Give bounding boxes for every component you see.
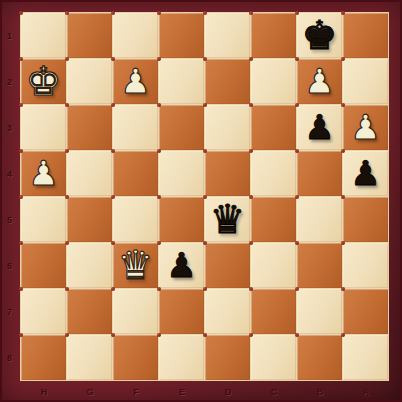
black-king[interactable]: ♚ [302,13,338,58]
white-king[interactable]: ♚ [26,59,62,104]
square-a6[interactable] [343,243,388,288]
square-e6[interactable]: ♟ [159,243,204,288]
square-h5[interactable] [21,197,66,242]
square-c6[interactable] [251,243,296,288]
rank-label-2: 2 [0,59,19,105]
square-h2[interactable]: ♚ [21,59,66,104]
rank-label-8: 8 [0,335,19,381]
square-f7[interactable] [113,289,158,334]
square-a4[interactable]: ♟ [343,151,388,196]
white-pawn[interactable]: ♟ [120,59,150,104]
square-d7[interactable] [205,289,250,334]
square-e5[interactable] [159,197,204,242]
file-label-a: A [343,383,389,401]
square-b1[interactable]: ♚ [297,13,342,58]
square-c3[interactable] [251,105,296,150]
square-h6[interactable] [21,243,66,288]
square-d8[interactable] [205,335,250,380]
rank-label-4: 4 [0,151,19,197]
rank-label-3: 3 [0,105,19,151]
square-h7[interactable] [21,289,66,334]
chess-board-frame: ♚♚♟♟♟♟♟♟♛♛♟ 12345678 HGFEDCBA [0,0,402,402]
white-pawn[interactable]: ♟ [28,151,58,196]
square-c2[interactable] [251,59,296,104]
square-b4[interactable] [297,151,342,196]
square-a3[interactable]: ♟ [343,105,388,150]
square-f3[interactable] [113,105,158,150]
square-f8[interactable] [113,335,158,380]
square-e4[interactable] [159,151,204,196]
square-e1[interactable] [159,13,204,58]
square-g2[interactable] [67,59,112,104]
square-g4[interactable] [67,151,112,196]
square-a5[interactable] [343,197,388,242]
square-d6[interactable] [205,243,250,288]
square-c8[interactable] [251,335,296,380]
chess-board: ♚♚♟♟♟♟♟♟♛♛♟ [20,12,389,381]
square-c1[interactable] [251,13,296,58]
square-b7[interactable] [297,289,342,334]
square-g6[interactable] [67,243,112,288]
square-b3[interactable]: ♟ [297,105,342,150]
file-label-c: C [251,383,297,401]
square-a7[interactable] [343,289,388,334]
square-a2[interactable] [343,59,388,104]
square-g8[interactable] [67,335,112,380]
square-g7[interactable] [67,289,112,334]
square-c5[interactable] [251,197,296,242]
file-label-h: H [21,383,67,401]
square-d4[interactable] [205,151,250,196]
square-e7[interactable] [159,289,204,334]
square-c7[interactable] [251,289,296,334]
square-a8[interactable] [343,335,388,380]
square-b5[interactable] [297,197,342,242]
rank-label-1: 1 [0,13,19,59]
white-pawn[interactable]: ♟ [304,59,334,104]
rank-label-6: 6 [0,243,19,289]
square-b2[interactable]: ♟ [297,59,342,104]
black-pawn[interactable]: ♟ [304,105,334,150]
white-pawn[interactable]: ♟ [350,105,380,150]
black-queen[interactable]: ♛ [210,197,246,242]
square-h1[interactable] [21,13,66,58]
file-label-g: G [67,383,113,401]
file-label-e: E [159,383,205,401]
square-d5[interactable]: ♛ [205,197,250,242]
square-b6[interactable] [297,243,342,288]
square-e2[interactable] [159,59,204,104]
file-label-b: B [297,383,343,401]
square-e3[interactable] [159,105,204,150]
black-pawn[interactable]: ♟ [166,243,196,288]
file-label-d: D [205,383,251,401]
square-h4[interactable]: ♟ [21,151,66,196]
square-f2[interactable]: ♟ [113,59,158,104]
square-f1[interactable] [113,13,158,58]
rank-label-5: 5 [0,197,19,243]
square-g1[interactable] [67,13,112,58]
square-h8[interactable] [21,335,66,380]
white-queen[interactable]: ♛ [118,243,154,288]
square-f5[interactable] [113,197,158,242]
square-a1[interactable] [343,13,388,58]
square-b8[interactable] [297,335,342,380]
square-g5[interactable] [67,197,112,242]
black-pawn[interactable]: ♟ [350,151,380,196]
square-f4[interactable] [113,151,158,196]
square-d3[interactable] [205,105,250,150]
square-f6[interactable]: ♛ [113,243,158,288]
square-h3[interactable] [21,105,66,150]
file-label-f: F [113,383,159,401]
square-c4[interactable] [251,151,296,196]
square-d1[interactable] [205,13,250,58]
rank-label-7: 7 [0,289,19,335]
square-e8[interactable] [159,335,204,380]
square-g3[interactable] [67,105,112,150]
square-d2[interactable] [205,59,250,104]
